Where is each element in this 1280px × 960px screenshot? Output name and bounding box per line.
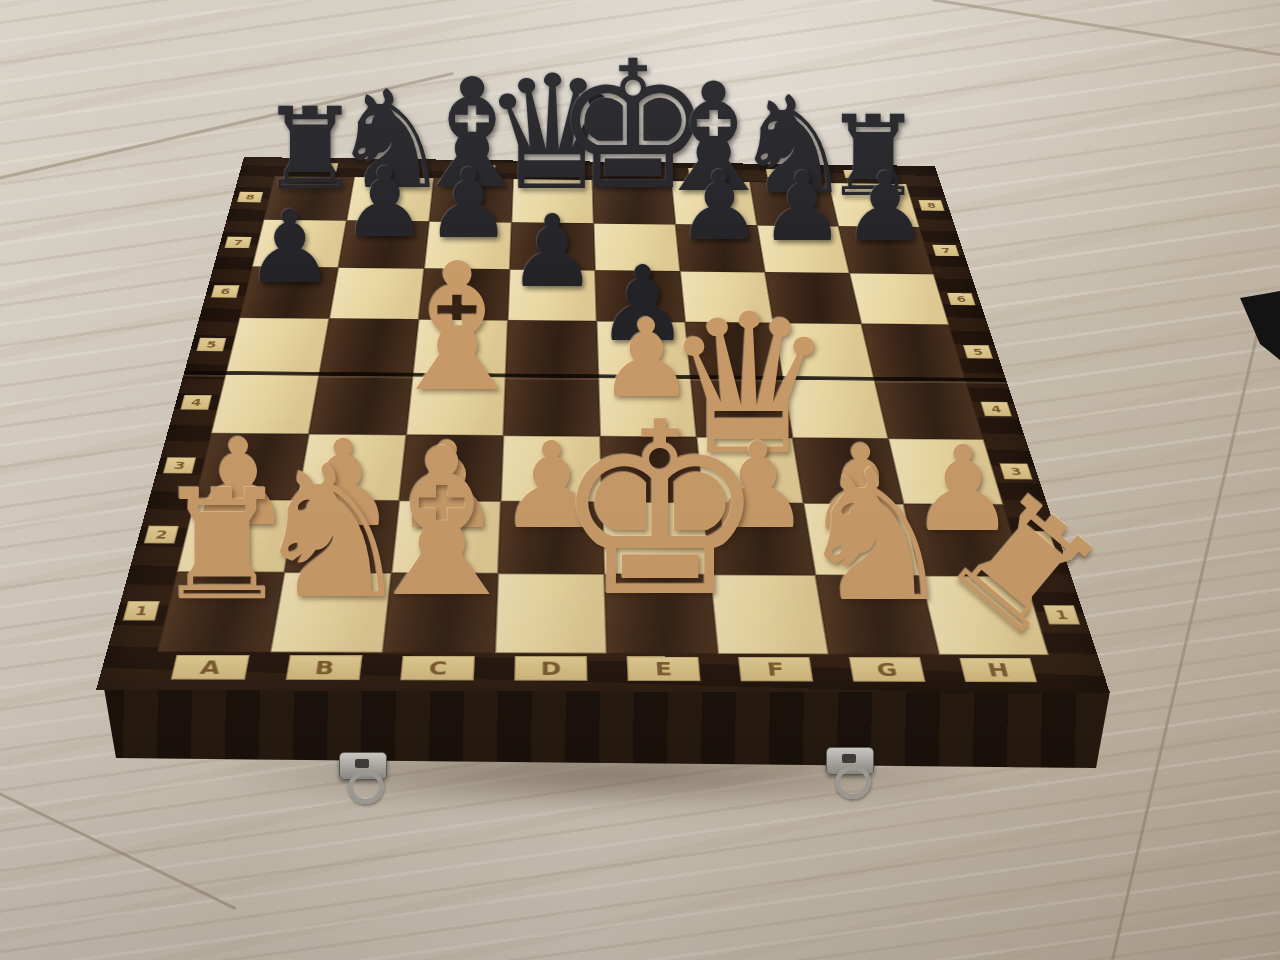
rank-label-left-5: 5 bbox=[196, 338, 226, 352]
file-label-front-a: A bbox=[171, 655, 250, 680]
square-h6[interactable] bbox=[849, 273, 949, 325]
scene: AA11BB22CC33DD44EE55FF66GG77HH88 ♜♞♝♛♚♝♞… bbox=[0, 0, 1280, 960]
rank-label-right-6: 6 bbox=[947, 293, 976, 306]
piece-black-pawn-f7[interactable]: ♟ bbox=[676, 159, 762, 255]
piece-white-king-e1[interactable]: ♚ bbox=[552, 390, 767, 629]
rank-label-right-7: 7 bbox=[932, 245, 959, 257]
clasp-left bbox=[339, 752, 387, 784]
piece-black-pawn-g7[interactable]: ♟ bbox=[760, 160, 846, 256]
rank-label-left-4: 4 bbox=[180, 395, 212, 410]
rank-label-right-5: 5 bbox=[963, 345, 993, 359]
rank-label-right-4: 4 bbox=[980, 402, 1012, 417]
file-label-front-b: B bbox=[286, 655, 363, 680]
piece-black-pawn-h7[interactable]: ♟ bbox=[842, 161, 928, 257]
floor-plank-seam bbox=[1099, 329, 1259, 960]
square-h5[interactable] bbox=[861, 324, 965, 380]
piece-black-pawn-a6[interactable]: ♟ bbox=[245, 199, 335, 300]
floor-plank-seam bbox=[932, 0, 1280, 61]
clasp-slot bbox=[842, 754, 856, 763]
piece-white-bishop-c4[interactable]: ♝ bbox=[378, 240, 537, 417]
file-label-front-d: D bbox=[514, 656, 587, 681]
file-label-front-e: E bbox=[627, 656, 701, 681]
clasp-right bbox=[826, 747, 874, 779]
piece-white-bishop-c1[interactable]: ♝ bbox=[351, 423, 534, 627]
square-a5[interactable] bbox=[226, 318, 329, 374]
clasp-slot bbox=[355, 759, 369, 768]
rank-label-left-6: 6 bbox=[211, 285, 240, 298]
file-label-front-g: G bbox=[849, 657, 926, 682]
file-label-front-c: C bbox=[400, 656, 475, 681]
file-label-front-f: F bbox=[738, 657, 813, 682]
